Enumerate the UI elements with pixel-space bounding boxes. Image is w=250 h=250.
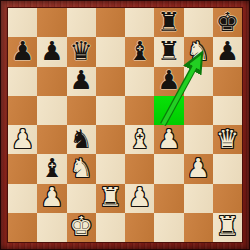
square-g5[interactable] — [184, 96, 213, 125]
square-c2[interactable] — [67, 184, 96, 213]
white-rook[interactable]: ♜ — [99, 184, 122, 210]
square-a7[interactable]: ♟ — [8, 37, 37, 66]
square-a8[interactable] — [8, 8, 37, 37]
square-f3[interactable] — [154, 154, 183, 183]
square-c4[interactable]: ♞ — [67, 125, 96, 154]
square-e3[interactable] — [125, 154, 154, 183]
square-e1[interactable] — [125, 213, 154, 242]
square-c3[interactable]: ♞ — [67, 154, 96, 183]
square-g1[interactable] — [184, 213, 213, 242]
white-bishop[interactable]: ♝ — [128, 126, 151, 152]
square-g4[interactable] — [184, 125, 213, 154]
square-h6[interactable] — [213, 67, 242, 96]
square-b6[interactable] — [37, 67, 66, 96]
square-a1[interactable] — [8, 213, 37, 242]
square-e8[interactable] — [125, 8, 154, 37]
square-d6[interactable] — [96, 67, 125, 96]
chess-board: ♜♚♟♟♛♝♜♞♟♟♟♟♞♝♟♛♝♞♟♟♜♟♚♜ — [8, 8, 242, 242]
square-f7[interactable]: ♜ — [154, 37, 183, 66]
white-queen[interactable]: ♛ — [216, 126, 239, 152]
black-pawn[interactable]: ♟ — [216, 38, 239, 64]
black-bishop[interactable]: ♝ — [128, 38, 151, 64]
white-king[interactable]: ♚ — [69, 213, 92, 239]
square-g2[interactable] — [184, 184, 213, 213]
square-f8[interactable]: ♜ — [154, 8, 183, 37]
square-d4[interactable] — [96, 125, 125, 154]
square-e7[interactable]: ♝ — [125, 37, 154, 66]
black-knight[interactable]: ♞ — [69, 126, 92, 152]
square-d3[interactable] — [96, 154, 125, 183]
square-c6[interactable]: ♟ — [67, 67, 96, 96]
square-f4[interactable]: ♟ — [154, 125, 183, 154]
square-e5[interactable] — [125, 96, 154, 125]
square-d1[interactable] — [96, 213, 125, 242]
square-d5[interactable] — [96, 96, 125, 125]
black-king[interactable]: ♚ — [216, 9, 239, 35]
square-h8[interactable]: ♚ — [213, 8, 242, 37]
square-d7[interactable] — [96, 37, 125, 66]
square-d2[interactable]: ♜ — [96, 184, 125, 213]
black-bishop[interactable]: ♝ — [40, 155, 63, 181]
square-a5[interactable] — [8, 96, 37, 125]
square-h4[interactable]: ♛ — [213, 125, 242, 154]
square-c7[interactable]: ♛ — [67, 37, 96, 66]
white-pawn[interactable]: ♟ — [186, 155, 209, 181]
square-b3[interactable]: ♝ — [37, 154, 66, 183]
square-a6[interactable] — [8, 67, 37, 96]
square-d8[interactable] — [96, 8, 125, 37]
square-e6[interactable] — [125, 67, 154, 96]
black-rook[interactable]: ♜ — [157, 38, 180, 64]
square-c5[interactable] — [67, 96, 96, 125]
black-pawn[interactable]: ♟ — [40, 38, 63, 64]
square-g8[interactable] — [184, 8, 213, 37]
white-rook[interactable]: ♜ — [216, 213, 239, 239]
black-pawn[interactable]: ♟ — [157, 67, 180, 93]
square-g6[interactable] — [184, 67, 213, 96]
white-knight[interactable]: ♞ — [186, 38, 209, 64]
square-f2[interactable] — [154, 184, 183, 213]
square-f1[interactable] — [154, 213, 183, 242]
square-a2[interactable] — [8, 184, 37, 213]
white-pawn[interactable]: ♟ — [128, 184, 151, 210]
square-f5[interactable] — [154, 96, 183, 125]
white-knight[interactable]: ♞ — [69, 155, 92, 181]
square-e2[interactable]: ♟ — [125, 184, 154, 213]
white-pawn[interactable]: ♟ — [11, 126, 34, 152]
square-b4[interactable] — [37, 125, 66, 154]
square-e4[interactable]: ♝ — [125, 125, 154, 154]
square-b8[interactable] — [37, 8, 66, 37]
square-b2[interactable]: ♟ — [37, 184, 66, 213]
square-h2[interactable] — [213, 184, 242, 213]
white-pawn[interactable]: ♟ — [40, 184, 63, 210]
square-b7[interactable]: ♟ — [37, 37, 66, 66]
square-c8[interactable] — [67, 8, 96, 37]
square-h7[interactable]: ♟ — [213, 37, 242, 66]
square-a3[interactable] — [8, 154, 37, 183]
black-rook[interactable]: ♜ — [157, 9, 180, 35]
black-queen[interactable]: ♛ — [69, 38, 92, 64]
square-g3[interactable]: ♟ — [184, 154, 213, 183]
board-frame: ♜♚♟♟♛♝♜♞♟♟♟♟♞♝♟♛♝♞♟♟♜♟♚♜ — [0, 0, 250, 250]
square-f6[interactable]: ♟ — [154, 67, 183, 96]
square-b5[interactable] — [37, 96, 66, 125]
black-pawn[interactable]: ♟ — [69, 67, 92, 93]
black-pawn[interactable]: ♟ — [11, 38, 34, 64]
square-c1[interactable]: ♚ — [67, 213, 96, 242]
chessboard-screenshot: ♜♚♟♟♛♝♜♞♟♟♟♟♞♝♟♛♝♞♟♟♜♟♚♜ — [0, 0, 250, 250]
square-h5[interactable] — [213, 96, 242, 125]
square-b1[interactable] — [37, 213, 66, 242]
square-a4[interactable]: ♟ — [8, 125, 37, 154]
square-g7[interactable]: ♞ — [184, 37, 213, 66]
square-h3[interactable] — [213, 154, 242, 183]
white-pawn[interactable]: ♟ — [157, 126, 180, 152]
square-h1[interactable]: ♜ — [213, 213, 242, 242]
